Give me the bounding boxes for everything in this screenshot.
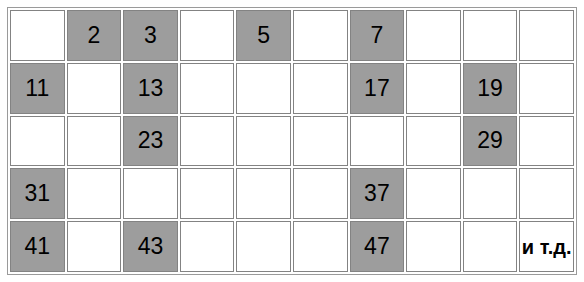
cell-8 [406,10,461,61]
cell-32 [67,168,122,219]
cell-46 [293,221,348,272]
cell-26 [293,116,348,167]
cell-12 [67,63,122,114]
cell-45 [236,221,291,272]
cell-27 [350,116,405,167]
cell-7: 7 [350,10,405,61]
cell-37: 37 [350,168,405,219]
cell-21 [10,116,65,167]
cell-35 [236,168,291,219]
cell-41: 41 [10,221,65,272]
cell-19: 19 [463,63,518,114]
cell-36 [293,168,348,219]
cell-2: 2 [67,10,122,61]
cell-28 [406,116,461,167]
cell-15 [236,63,291,114]
cell-20 [519,63,574,114]
cell-48 [406,221,461,272]
cell-14 [180,63,235,114]
cell-11: 11 [10,63,65,114]
cell-3: 3 [123,10,178,61]
cell-38 [406,168,461,219]
cell-42 [67,221,122,272]
prime-sieve-table: 23571113171923293137414347и т.д. [7,7,577,275]
cell-16 [293,63,348,114]
cell-39 [463,168,518,219]
cell-9 [463,10,518,61]
cell-30 [519,116,574,167]
cell-43: 43 [123,221,178,272]
cell-6 [293,10,348,61]
cell-17: 17 [350,63,405,114]
cell-34 [180,168,235,219]
cell-33 [123,168,178,219]
cell-1 [10,10,65,61]
cell-40 [519,168,574,219]
cell-24 [180,116,235,167]
cell-10 [519,10,574,61]
cell-23: 23 [123,116,178,167]
cell-29: 29 [463,116,518,167]
cell-25 [236,116,291,167]
cell-49 [463,221,518,272]
cell-4 [180,10,235,61]
cell-18 [406,63,461,114]
cell-50-etc: и т.д. [519,221,574,272]
cell-5: 5 [236,10,291,61]
cell-31: 31 [10,168,65,219]
cell-47: 47 [350,221,405,272]
cell-22 [67,116,122,167]
cell-13: 13 [123,63,178,114]
cell-44 [180,221,235,272]
